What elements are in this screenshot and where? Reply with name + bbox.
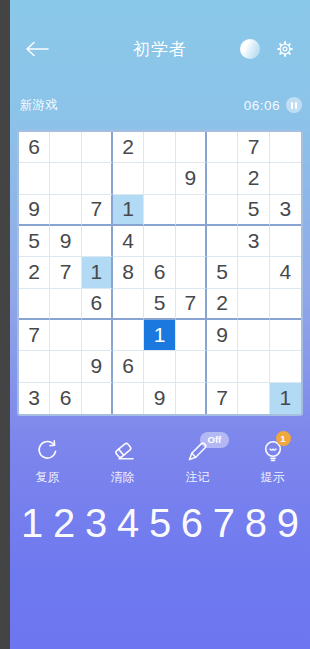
cell-r4c8[interactable]: 3: [238, 226, 269, 257]
cell-r2c6[interactable]: 9: [176, 163, 207, 194]
cell-r2c7[interactable]: [207, 163, 238, 194]
cell-r1c2[interactable]: [50, 132, 81, 163]
cell-r5c2[interactable]: 7: [50, 257, 81, 288]
cell-r1c6[interactable]: [176, 132, 207, 163]
erase-label: 清除: [111, 469, 135, 486]
sudoku-app: 初学者 新游戏 06:06: [10, 0, 310, 649]
cell-r3c3[interactable]: 7: [82, 195, 113, 226]
numpad-key-9[interactable]: 9: [277, 496, 299, 550]
cell-r8c7[interactable]: [207, 351, 238, 382]
theme-toggle-icon[interactable]: [240, 39, 260, 59]
cell-r5c4[interactable]: 8: [113, 257, 144, 288]
undo-label: 复原: [36, 469, 60, 486]
cell-r5c9[interactable]: 4: [270, 257, 301, 288]
cell-r1c8[interactable]: 7: [238, 132, 269, 163]
numpad-key-8[interactable]: 8: [245, 496, 267, 550]
cell-r9c1[interactable]: 3: [19, 383, 50, 414]
cell-r1c1[interactable]: 6: [19, 132, 50, 163]
undo-button[interactable]: 复原: [10, 437, 85, 489]
hint-count-badge: 1: [276, 431, 291, 446]
cell-r4c9[interactable]: [270, 226, 301, 257]
erase-button[interactable]: 清除: [85, 437, 160, 489]
toolbar: 复原 清除 Off 注记: [10, 437, 310, 489]
cell-r5c6[interactable]: [176, 257, 207, 288]
pause-icon: [291, 102, 293, 109]
cell-r7c9[interactable]: [270, 320, 301, 351]
hint-label: 提示: [261, 469, 285, 486]
numpad-key-6[interactable]: 6: [181, 496, 203, 550]
cell-r4c6[interactable]: [176, 226, 207, 257]
cell-r4c5[interactable]: [144, 226, 175, 257]
undo-icon: [34, 437, 62, 465]
cell-r4c4[interactable]: 4: [113, 226, 144, 257]
cell-r1c3[interactable]: [82, 132, 113, 163]
cell-r5c7[interactable]: 5: [207, 257, 238, 288]
cell-r1c7[interactable]: [207, 132, 238, 163]
cell-r8c5[interactable]: [144, 351, 175, 382]
cell-r7c7[interactable]: 9: [207, 320, 238, 351]
eraser-icon: [109, 437, 137, 465]
cell-r6c9[interactable]: [270, 289, 301, 320]
notes-off-badge: Off: [200, 432, 230, 448]
cell-r8c1[interactable]: [19, 351, 50, 382]
cell-r3c8[interactable]: 5: [238, 195, 269, 226]
numpad-key-2[interactable]: 2: [53, 496, 75, 550]
cell-r7c5[interactable]: 1: [144, 320, 175, 351]
cell-r8c6[interactable]: [176, 351, 207, 382]
cell-r9c5[interactable]: 9: [144, 383, 175, 414]
cell-r5c1[interactable]: 2: [19, 257, 50, 288]
cell-r9c3[interactable]: [82, 383, 113, 414]
cell-r6c1[interactable]: [19, 289, 50, 320]
cell-r6c6[interactable]: 7: [176, 289, 207, 320]
cell-r3c1[interactable]: 9: [19, 195, 50, 226]
cell-r6c7[interactable]: 2: [207, 289, 238, 320]
cell-r1c4[interactable]: 2: [113, 132, 144, 163]
cell-r7c3[interactable]: [82, 320, 113, 351]
cell-r7c6[interactable]: [176, 320, 207, 351]
cell-r4c2[interactable]: 9: [50, 226, 81, 257]
cell-r9c2[interactable]: 6: [50, 383, 81, 414]
cell-r2c5[interactable]: [144, 163, 175, 194]
cell-r9c6[interactable]: [176, 383, 207, 414]
cell-r4c1[interactable]: 5: [19, 226, 50, 257]
new-game-button[interactable]: 新游戏: [20, 97, 58, 114]
cell-r6c8[interactable]: [238, 289, 269, 320]
cell-r3c2[interactable]: [50, 195, 81, 226]
cell-r3c6[interactable]: [176, 195, 207, 226]
cell-r6c4[interactable]: [113, 289, 144, 320]
numpad-key-3[interactable]: 3: [85, 496, 107, 550]
timer: 06:06: [244, 98, 280, 113]
cell-r2c4[interactable]: [113, 163, 144, 194]
cell-r9c8[interactable]: [238, 383, 269, 414]
cell-r1c9[interactable]: [270, 132, 301, 163]
cell-r5c5[interactable]: 6: [144, 257, 175, 288]
cell-r9c9[interactable]: 1: [270, 383, 301, 414]
cell-r8c8[interactable]: [238, 351, 269, 382]
cell-r8c9[interactable]: [270, 351, 301, 382]
numpad-key-1[interactable]: 1: [21, 496, 43, 550]
cell-r5c3[interactable]: 1: [82, 257, 113, 288]
cell-r2c9[interactable]: [270, 163, 301, 194]
cell-r4c7[interactable]: [207, 226, 238, 257]
notes-button[interactable]: Off 注记: [160, 437, 235, 489]
cell-r6c3[interactable]: 6: [82, 289, 113, 320]
cell-r8c2[interactable]: [50, 351, 81, 382]
cell-r8c3[interactable]: 9: [82, 351, 113, 382]
cell-r2c2[interactable]: [50, 163, 81, 194]
cell-r1c5[interactable]: [144, 132, 175, 163]
timer-group: 06:06: [244, 97, 302, 113]
numpad-key-4[interactable]: 4: [117, 496, 139, 550]
cell-r3c4[interactable]: 1: [113, 195, 144, 226]
cell-r6c2[interactable]: [50, 289, 81, 320]
cell-r6c5[interactable]: 5: [144, 289, 175, 320]
cell-r7c8[interactable]: [238, 320, 269, 351]
status-bar: 新游戏 06:06: [10, 95, 310, 115]
cell-r9c7[interactable]: 7: [207, 383, 238, 414]
gear-icon[interactable]: [274, 38, 296, 60]
number-pad: 123456789: [10, 496, 310, 550]
numpad-key-7[interactable]: 7: [213, 496, 235, 550]
cell-r2c3[interactable]: [82, 163, 113, 194]
cell-r7c4[interactable]: [113, 320, 144, 351]
cell-r3c7[interactable]: [207, 195, 238, 226]
header-actions: [240, 38, 296, 60]
cell-r5c8[interactable]: [238, 257, 269, 288]
sudoku-board: 62792971535943271865465727199636971: [17, 130, 303, 416]
header: 初学者: [10, 36, 310, 62]
pause-button[interactable]: [286, 97, 302, 113]
cell-r7c2[interactable]: [50, 320, 81, 351]
cell-r3c9[interactable]: 3: [270, 195, 301, 226]
hint-button[interactable]: 1 提示: [235, 437, 310, 489]
numpad-key-5[interactable]: 5: [149, 496, 171, 550]
cell-r8c4[interactable]: 6: [113, 351, 144, 382]
cell-r4c3[interactable]: [82, 226, 113, 257]
cell-r3c5[interactable]: [144, 195, 175, 226]
cell-r7c1[interactable]: 7: [19, 320, 50, 351]
notes-label: 注记: [186, 469, 210, 486]
cell-r9c4[interactable]: [113, 383, 144, 414]
cell-r2c1[interactable]: [19, 163, 50, 194]
cell-r2c8[interactable]: 2: [238, 163, 269, 194]
